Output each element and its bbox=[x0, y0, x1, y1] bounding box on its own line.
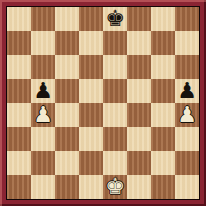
square-e6[interactable] bbox=[103, 55, 127, 79]
square-c6[interactable] bbox=[55, 55, 79, 79]
square-g7[interactable] bbox=[151, 31, 175, 55]
square-f5[interactable] bbox=[127, 79, 151, 103]
square-c7[interactable] bbox=[55, 31, 79, 55]
square-b1[interactable] bbox=[31, 175, 55, 199]
square-c4[interactable] bbox=[55, 103, 79, 127]
square-e8[interactable]: ♚ bbox=[103, 7, 127, 31]
square-a5[interactable] bbox=[7, 79, 31, 103]
square-d4[interactable] bbox=[79, 103, 103, 127]
square-b5[interactable]: ♟ bbox=[31, 79, 55, 103]
square-e1[interactable]: ♚ bbox=[103, 175, 127, 199]
square-c5[interactable] bbox=[55, 79, 79, 103]
square-f8[interactable] bbox=[127, 7, 151, 31]
square-g6[interactable] bbox=[151, 55, 175, 79]
square-h7[interactable] bbox=[175, 31, 199, 55]
square-f1[interactable] bbox=[127, 175, 151, 199]
square-b2[interactable] bbox=[31, 151, 55, 175]
square-d6[interactable] bbox=[79, 55, 103, 79]
square-g1[interactable] bbox=[151, 175, 175, 199]
square-f4[interactable] bbox=[127, 103, 151, 127]
black-pawn[interactable]: ♟ bbox=[31, 79, 55, 103]
square-c1[interactable] bbox=[55, 175, 79, 199]
square-c3[interactable] bbox=[55, 127, 79, 151]
square-h8[interactable] bbox=[175, 7, 199, 31]
square-e7[interactable] bbox=[103, 31, 127, 55]
square-a2[interactable] bbox=[7, 151, 31, 175]
square-f7[interactable] bbox=[127, 31, 151, 55]
square-f6[interactable] bbox=[127, 55, 151, 79]
square-h1[interactable] bbox=[175, 175, 199, 199]
square-g8[interactable] bbox=[151, 7, 175, 31]
square-e4[interactable] bbox=[103, 103, 127, 127]
square-h3[interactable] bbox=[175, 127, 199, 151]
square-c2[interactable] bbox=[55, 151, 79, 175]
square-f2[interactable] bbox=[127, 151, 151, 175]
white-king[interactable]: ♚ bbox=[103, 175, 127, 199]
square-d8[interactable] bbox=[79, 7, 103, 31]
white-pawn[interactable]: ♟ bbox=[175, 103, 199, 127]
square-b8[interactable] bbox=[31, 7, 55, 31]
square-g5[interactable] bbox=[151, 79, 175, 103]
square-d1[interactable] bbox=[79, 175, 103, 199]
square-c8[interactable] bbox=[55, 7, 79, 31]
square-b6[interactable] bbox=[31, 55, 55, 79]
square-g2[interactable] bbox=[151, 151, 175, 175]
square-h6[interactable] bbox=[175, 55, 199, 79]
square-d7[interactable] bbox=[79, 31, 103, 55]
square-b7[interactable] bbox=[31, 31, 55, 55]
board-frame: ♚♟♟♟♟♚ bbox=[0, 0, 206, 206]
square-b3[interactable] bbox=[31, 127, 55, 151]
chess-board: ♚♟♟♟♟♚ bbox=[7, 7, 199, 199]
black-king[interactable]: ♚ bbox=[103, 7, 127, 31]
square-a7[interactable] bbox=[7, 31, 31, 55]
square-h5[interactable]: ♟ bbox=[175, 79, 199, 103]
square-d2[interactable] bbox=[79, 151, 103, 175]
square-a4[interactable] bbox=[7, 103, 31, 127]
square-h4[interactable]: ♟ bbox=[175, 103, 199, 127]
white-pawn[interactable]: ♟ bbox=[31, 103, 55, 127]
square-e3[interactable] bbox=[103, 127, 127, 151]
square-h2[interactable] bbox=[175, 151, 199, 175]
square-d3[interactable] bbox=[79, 127, 103, 151]
square-a1[interactable] bbox=[7, 175, 31, 199]
black-pawn[interactable]: ♟ bbox=[175, 79, 199, 103]
square-a6[interactable] bbox=[7, 55, 31, 79]
square-e5[interactable] bbox=[103, 79, 127, 103]
square-g3[interactable] bbox=[151, 127, 175, 151]
square-b4[interactable]: ♟ bbox=[31, 103, 55, 127]
square-d5[interactable] bbox=[79, 79, 103, 103]
square-a3[interactable] bbox=[7, 127, 31, 151]
square-f3[interactable] bbox=[127, 127, 151, 151]
square-e2[interactable] bbox=[103, 151, 127, 175]
square-g4[interactable] bbox=[151, 103, 175, 127]
square-a8[interactable] bbox=[7, 7, 31, 31]
